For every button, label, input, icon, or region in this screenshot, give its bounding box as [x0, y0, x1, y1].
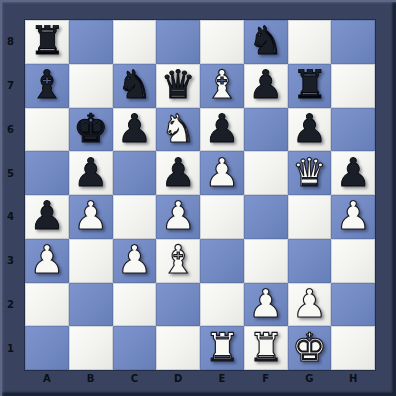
- rank-label-4: 4: [0, 195, 25, 239]
- square-b1[interactable]: [69, 326, 113, 370]
- square-h7[interactable]: [331, 64, 375, 108]
- square-b4[interactable]: ♟: [69, 195, 113, 239]
- square-e6[interactable]: ♟: [200, 108, 244, 152]
- file-labels: ABCDEFGH: [25, 370, 375, 393]
- square-c7[interactable]: ♞: [113, 64, 157, 108]
- square-g8[interactable]: [288, 20, 332, 64]
- square-e1[interactable]: ♜: [200, 326, 244, 370]
- piece-black-rook[interactable]: ♜: [29, 21, 64, 60]
- file-label-h: H: [331, 370, 375, 393]
- square-c2[interactable]: [113, 283, 157, 327]
- square-d4[interactable]: ♟: [156, 195, 200, 239]
- square-e5[interactable]: ♟: [200, 151, 244, 195]
- square-b3[interactable]: [69, 239, 113, 283]
- square-a5[interactable]: [25, 151, 69, 195]
- rank-label-3: 3: [0, 239, 25, 283]
- rank-label-5: 5: [0, 151, 25, 195]
- file-label-f: F: [244, 370, 288, 393]
- file-label-a: A: [25, 370, 69, 393]
- file-label-d: D: [156, 370, 200, 393]
- piece-black-pawn[interactable]: ♟: [248, 65, 283, 104]
- square-d2[interactable]: [156, 283, 200, 327]
- square-c6[interactable]: ♟: [113, 108, 157, 152]
- square-c8[interactable]: [113, 20, 157, 64]
- piece-black-pawn[interactable]: ♟: [161, 153, 196, 192]
- square-a8[interactable]: ♜: [25, 20, 69, 64]
- square-g3[interactable]: [288, 239, 332, 283]
- square-d1[interactable]: [156, 326, 200, 370]
- square-b2[interactable]: [69, 283, 113, 327]
- piece-white-pawn[interactable]: ♟: [292, 284, 327, 323]
- square-g1[interactable]: ♚: [288, 326, 332, 370]
- square-b5[interactable]: ♟: [69, 151, 113, 195]
- square-c4[interactable]: [113, 195, 157, 239]
- square-d7[interactable]: ♛: [156, 64, 200, 108]
- square-h1[interactable]: [331, 326, 375, 370]
- chessboard-frame: 87654321 ♜♞♝♞♛♝♟♜♚♟♞♟♟♟♟♟♛♟♟♟♟♟♟♟♝♟♟♜♜♚ …: [0, 0, 396, 396]
- square-c1[interactable]: [113, 326, 157, 370]
- square-e4[interactable]: [200, 195, 244, 239]
- square-a4[interactable]: ♟: [25, 195, 69, 239]
- square-f3[interactable]: [244, 239, 288, 283]
- square-e2[interactable]: [200, 283, 244, 327]
- piece-white-pawn[interactable]: ♟: [248, 284, 283, 323]
- piece-white-bishop[interactable]: ♝: [161, 240, 196, 279]
- square-f5[interactable]: [244, 151, 288, 195]
- square-e8[interactable]: [200, 20, 244, 64]
- piece-white-pawn[interactable]: ♟: [73, 196, 108, 235]
- square-a7[interactable]: ♝: [25, 64, 69, 108]
- piece-black-queen[interactable]: ♛: [161, 65, 196, 104]
- rank-label-6: 6: [0, 108, 25, 152]
- square-d8[interactable]: [156, 20, 200, 64]
- square-b8[interactable]: [69, 20, 113, 64]
- piece-white-rook[interactable]: ♜: [248, 328, 283, 367]
- square-a1[interactable]: [25, 326, 69, 370]
- square-a3[interactable]: ♟: [25, 239, 69, 283]
- piece-black-pawn[interactable]: ♟: [73, 153, 108, 192]
- piece-black-pawn[interactable]: ♟: [117, 109, 152, 148]
- square-h2[interactable]: [331, 283, 375, 327]
- piece-black-king[interactable]: ♚: [73, 109, 108, 148]
- piece-black-rook[interactable]: ♜: [292, 65, 327, 104]
- piece-white-pawn[interactable]: ♟: [336, 196, 371, 235]
- rank-label-1: 1: [0, 326, 25, 370]
- piece-white-king[interactable]: ♚: [292, 328, 327, 367]
- square-a6[interactable]: [25, 108, 69, 152]
- square-h8[interactable]: [331, 20, 375, 64]
- chessboard: ♜♞♝♞♛♝♟♜♚♟♞♟♟♟♟♟♛♟♟♟♟♟♟♟♝♟♟♜♜♚: [25, 20, 375, 370]
- file-label-b: B: [69, 370, 113, 393]
- piece-white-knight[interactable]: ♞: [161, 109, 196, 148]
- piece-white-rook[interactable]: ♜: [204, 328, 239, 367]
- square-d3[interactable]: ♝: [156, 239, 200, 283]
- square-f2[interactable]: ♟: [244, 283, 288, 327]
- file-label-e: E: [200, 370, 244, 393]
- piece-black-knight[interactable]: ♞: [248, 21, 283, 60]
- piece-black-pawn[interactable]: ♟: [292, 109, 327, 148]
- square-b7[interactable]: [69, 64, 113, 108]
- square-g5[interactable]: ♛: [288, 151, 332, 195]
- piece-white-pawn[interactable]: ♟: [29, 240, 64, 279]
- piece-white-bishop[interactable]: ♝: [204, 65, 239, 104]
- piece-black-knight[interactable]: ♞: [117, 65, 152, 104]
- square-g2[interactable]: ♟: [288, 283, 332, 327]
- piece-white-pawn[interactable]: ♟: [204, 153, 239, 192]
- square-f7[interactable]: ♟: [244, 64, 288, 108]
- square-g4[interactable]: [288, 195, 332, 239]
- square-e3[interactable]: [200, 239, 244, 283]
- piece-black-pawn[interactable]: ♟: [204, 109, 239, 148]
- piece-white-pawn[interactable]: ♟: [161, 196, 196, 235]
- square-h5[interactable]: ♟: [331, 151, 375, 195]
- square-e7[interactable]: ♝: [200, 64, 244, 108]
- square-f6[interactable]: [244, 108, 288, 152]
- rank-label-2: 2: [0, 283, 25, 327]
- piece-white-pawn[interactable]: ♟: [117, 240, 152, 279]
- square-g6[interactable]: ♟: [288, 108, 332, 152]
- piece-black-bishop[interactable]: ♝: [29, 65, 64, 104]
- square-a2[interactable]: [25, 283, 69, 327]
- square-d6[interactable]: ♞: [156, 108, 200, 152]
- square-g7[interactable]: ♜: [288, 64, 332, 108]
- rank-label-8: 8: [0, 20, 25, 64]
- square-h3[interactable]: [331, 239, 375, 283]
- square-h4[interactable]: ♟: [331, 195, 375, 239]
- square-c3[interactable]: ♟: [113, 239, 157, 283]
- rank-labels: 87654321: [0, 20, 25, 370]
- square-c5[interactable]: [113, 151, 157, 195]
- piece-white-queen[interactable]: ♛: [292, 153, 327, 192]
- piece-black-pawn[interactable]: ♟: [29, 196, 64, 235]
- square-d5[interactable]: ♟: [156, 151, 200, 195]
- square-f8[interactable]: ♞: [244, 20, 288, 64]
- square-b6[interactable]: ♚: [69, 108, 113, 152]
- piece-black-pawn[interactable]: ♟: [336, 153, 371, 192]
- square-h6[interactable]: [331, 108, 375, 152]
- rank-label-7: 7: [0, 64, 25, 108]
- square-f4[interactable]: [244, 195, 288, 239]
- square-f1[interactable]: ♜: [244, 326, 288, 370]
- file-label-c: C: [113, 370, 157, 393]
- file-label-g: G: [288, 370, 332, 393]
